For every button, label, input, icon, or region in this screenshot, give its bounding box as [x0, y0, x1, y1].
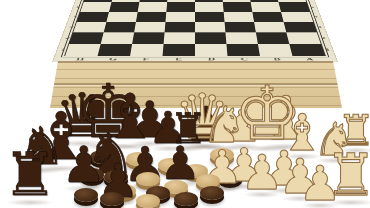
- rook-glyph: ♜: [3, 144, 57, 204]
- pieces-layer: ♜♞♝♛♚♝♟♟♜♟♞♟♟♟♟♛♞♟♚♝♝♟♟♟♟♟♟♞♜♜: [0, 0, 370, 208]
- checker-disc-dark: [200, 186, 224, 200]
- checker-disc-dark: [100, 192, 124, 206]
- checker-disc-light: [136, 172, 160, 186]
- chess-piece-light-pawn: ♟: [298, 159, 341, 207]
- checker-disc-dark: [74, 188, 98, 202]
- chess-piece-light-pawn: ♟: [240, 148, 283, 196]
- pawn-glyph: ♟: [298, 159, 341, 207]
- pawn-glyph: ♟: [240, 148, 283, 196]
- chess-piece-dark-rook: ♜: [3, 144, 57, 204]
- checker-disc-dark: [174, 192, 198, 206]
- checker-disc-light: [136, 194, 160, 208]
- chess-set-photo: HGFEDCBA 12345678 12345678 ♜♞♝♛♚♝♟♟♜♟♞♟♟…: [0, 0, 370, 208]
